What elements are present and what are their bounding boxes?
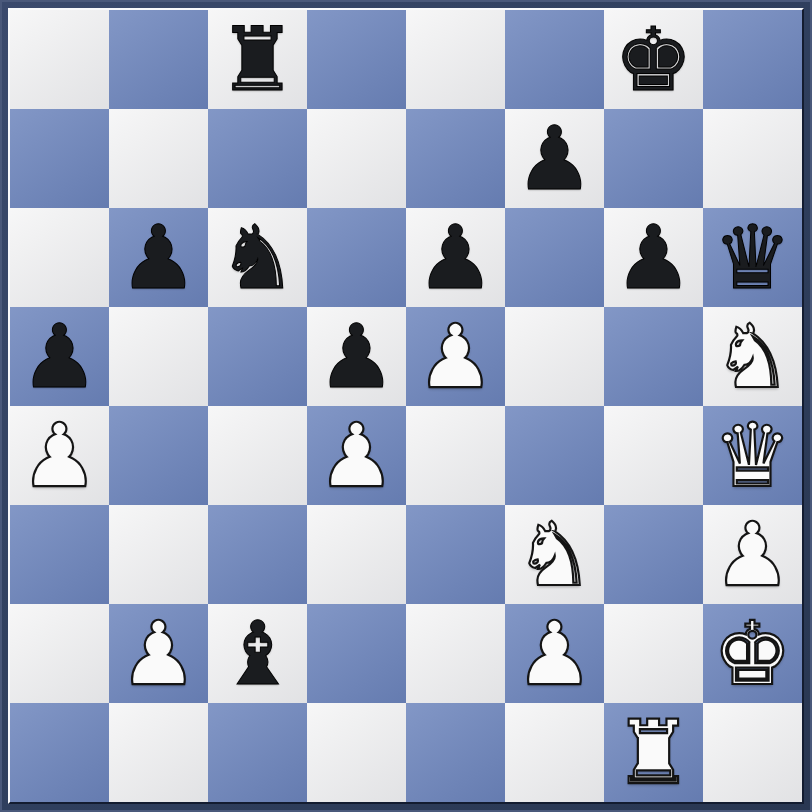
square-c7[interactable] bbox=[208, 109, 307, 208]
square-e2[interactable] bbox=[406, 604, 505, 703]
square-f3[interactable]: ♞ bbox=[505, 505, 604, 604]
square-c5[interactable] bbox=[208, 307, 307, 406]
square-f1[interactable] bbox=[505, 703, 604, 802]
square-b8[interactable] bbox=[109, 10, 208, 109]
white-rook-icon[interactable]: ♜ bbox=[614, 703, 693, 802]
square-a8[interactable] bbox=[10, 10, 109, 109]
square-c1[interactable] bbox=[208, 703, 307, 802]
black-king-icon[interactable]: ♚ bbox=[614, 10, 693, 109]
square-a6[interactable] bbox=[10, 208, 109, 307]
white-queen-icon[interactable]: ♛ bbox=[713, 406, 792, 505]
white-knight-icon[interactable]: ♞ bbox=[515, 505, 594, 604]
square-b7[interactable] bbox=[109, 109, 208, 208]
square-g5[interactable] bbox=[604, 307, 703, 406]
black-queen-icon[interactable]: ♛ bbox=[713, 208, 792, 307]
square-h6[interactable]: ♛ bbox=[703, 208, 802, 307]
square-f2[interactable]: ♟ bbox=[505, 604, 604, 703]
square-e5[interactable]: ♟ bbox=[406, 307, 505, 406]
square-c4[interactable] bbox=[208, 406, 307, 505]
square-e8[interactable] bbox=[406, 10, 505, 109]
square-d7[interactable] bbox=[307, 109, 406, 208]
square-h4[interactable]: ♛ bbox=[703, 406, 802, 505]
square-c2[interactable]: ♝ bbox=[208, 604, 307, 703]
square-d1[interactable] bbox=[307, 703, 406, 802]
square-a2[interactable] bbox=[10, 604, 109, 703]
square-g7[interactable] bbox=[604, 109, 703, 208]
black-bishop-icon[interactable]: ♝ bbox=[218, 604, 297, 703]
white-pawn-icon[interactable]: ♟ bbox=[317, 406, 396, 505]
square-g4[interactable] bbox=[604, 406, 703, 505]
square-h3[interactable]: ♟ bbox=[703, 505, 802, 604]
square-e1[interactable] bbox=[406, 703, 505, 802]
square-e7[interactable] bbox=[406, 109, 505, 208]
white-pawn-icon[interactable]: ♟ bbox=[20, 406, 99, 505]
square-b4[interactable] bbox=[109, 406, 208, 505]
white-knight-icon[interactable]: ♞ bbox=[713, 307, 792, 406]
square-d6[interactable] bbox=[307, 208, 406, 307]
square-h2[interactable]: ♚ bbox=[703, 604, 802, 703]
square-a4[interactable]: ♟ bbox=[10, 406, 109, 505]
square-b6[interactable]: ♟ bbox=[109, 208, 208, 307]
black-pawn-icon[interactable]: ♟ bbox=[614, 208, 693, 307]
square-b2[interactable]: ♟ bbox=[109, 604, 208, 703]
black-pawn-icon[interactable]: ♟ bbox=[317, 307, 396, 406]
board-frame: ♜♚♟♟♞♟♟♛♟♟♟♞♟♟♛♞♟♟♝♟♚♜ bbox=[0, 0, 812, 812]
black-pawn-icon[interactable]: ♟ bbox=[20, 307, 99, 406]
black-pawn-icon[interactable]: ♟ bbox=[515, 109, 594, 208]
square-h5[interactable]: ♞ bbox=[703, 307, 802, 406]
square-d5[interactable]: ♟ bbox=[307, 307, 406, 406]
white-pawn-icon[interactable]: ♟ bbox=[713, 505, 792, 604]
square-g3[interactable] bbox=[604, 505, 703, 604]
black-pawn-icon[interactable]: ♟ bbox=[119, 208, 198, 307]
chess-board: ♜♚♟♟♞♟♟♛♟♟♟♞♟♟♛♞♟♟♝♟♚♜ bbox=[8, 8, 804, 804]
square-a7[interactable] bbox=[10, 109, 109, 208]
square-h1[interactable] bbox=[703, 703, 802, 802]
square-c8[interactable]: ♜ bbox=[208, 10, 307, 109]
square-f8[interactable] bbox=[505, 10, 604, 109]
square-f7[interactable]: ♟ bbox=[505, 109, 604, 208]
white-king-icon[interactable]: ♚ bbox=[713, 604, 792, 703]
black-pawn-icon[interactable]: ♟ bbox=[416, 208, 495, 307]
square-b1[interactable] bbox=[109, 703, 208, 802]
square-g2[interactable] bbox=[604, 604, 703, 703]
square-a1[interactable] bbox=[10, 703, 109, 802]
white-pawn-icon[interactable]: ♟ bbox=[119, 604, 198, 703]
square-f4[interactable] bbox=[505, 406, 604, 505]
square-b3[interactable] bbox=[109, 505, 208, 604]
black-rook-icon[interactable]: ♜ bbox=[218, 10, 297, 109]
square-e6[interactable]: ♟ bbox=[406, 208, 505, 307]
square-d8[interactable] bbox=[307, 10, 406, 109]
square-g6[interactable]: ♟ bbox=[604, 208, 703, 307]
square-f6[interactable] bbox=[505, 208, 604, 307]
square-b5[interactable] bbox=[109, 307, 208, 406]
square-a3[interactable] bbox=[10, 505, 109, 604]
square-f5[interactable] bbox=[505, 307, 604, 406]
white-pawn-icon[interactable]: ♟ bbox=[416, 307, 495, 406]
black-knight-icon[interactable]: ♞ bbox=[218, 208, 297, 307]
white-pawn-icon[interactable]: ♟ bbox=[515, 604, 594, 703]
square-g8[interactable]: ♚ bbox=[604, 10, 703, 109]
square-g1[interactable]: ♜ bbox=[604, 703, 703, 802]
square-e4[interactable] bbox=[406, 406, 505, 505]
square-h7[interactable] bbox=[703, 109, 802, 208]
square-a5[interactable]: ♟ bbox=[10, 307, 109, 406]
square-e3[interactable] bbox=[406, 505, 505, 604]
square-d2[interactable] bbox=[307, 604, 406, 703]
square-h8[interactable] bbox=[703, 10, 802, 109]
square-d4[interactable]: ♟ bbox=[307, 406, 406, 505]
square-c3[interactable] bbox=[208, 505, 307, 604]
square-d3[interactable] bbox=[307, 505, 406, 604]
square-c6[interactable]: ♞ bbox=[208, 208, 307, 307]
